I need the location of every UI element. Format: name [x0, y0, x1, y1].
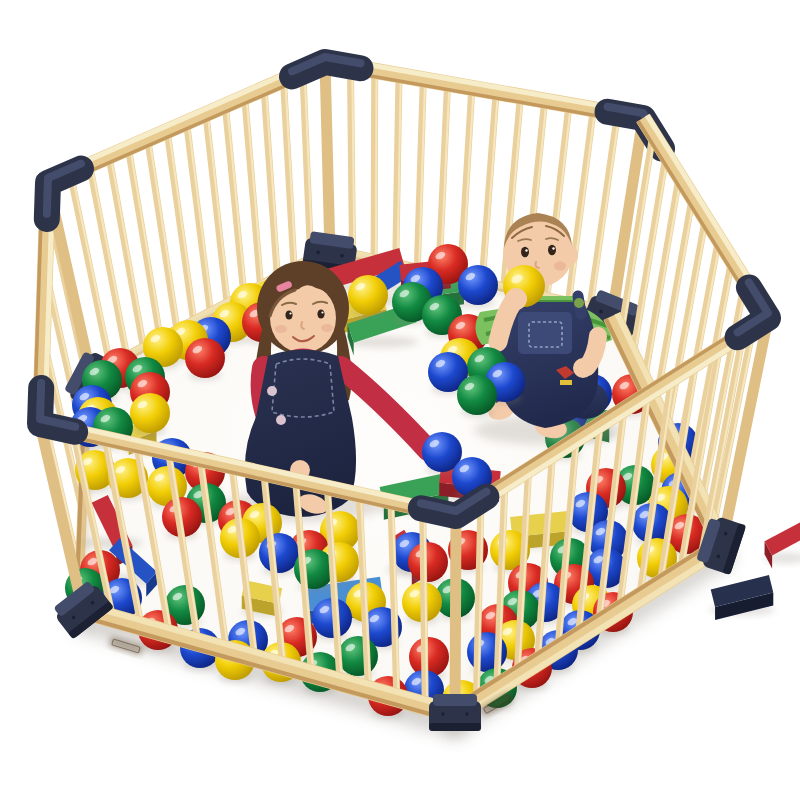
wood-slat: [374, 71, 375, 264]
baby-overalls-bib: [518, 312, 572, 354]
ball-red: [408, 542, 448, 585]
girl-dress-button: [267, 386, 277, 396]
girl-eye-right: [317, 309, 324, 318]
wood-slat: [245, 97, 261, 290]
wood-slat: [225, 106, 244, 300]
wood-slat-highlight: [376, 71, 377, 264]
corner-post: [455, 516, 456, 714]
wood-slat: [90, 165, 128, 361]
girl-cheek-right: [321, 324, 333, 332]
wood-slat: [303, 72, 311, 264]
ball-yellow: [130, 393, 170, 436]
baby-fist: [573, 358, 593, 378]
wood-slat: [568, 109, 593, 306]
wood-slat-highlight: [246, 97, 262, 290]
wood-slat-highlight: [111, 156, 146, 352]
wood-slat: [109, 156, 144, 352]
girl-dress-button: [276, 415, 286, 425]
corner-post: [325, 62, 330, 254]
ball-blue: [458, 265, 498, 308]
baby-overalls-motif: [560, 380, 572, 385]
wood-slat: [482, 92, 496, 287]
ball-yellow: [348, 275, 388, 318]
girl-eye-glint: [289, 312, 291, 314]
wood-slat: [264, 89, 278, 282]
ball-red: [185, 338, 225, 381]
baby-eye-left: [521, 247, 529, 257]
girl-eye-glint: [321, 311, 323, 313]
baby-eye-right: [548, 245, 556, 255]
baby-eye-glint: [552, 247, 554, 249]
ball-green: [338, 636, 378, 679]
girl-cheek-left: [275, 325, 287, 333]
wood-slat-highlight: [227, 105, 246, 299]
corner-foot-bracket: [429, 694, 481, 731]
wooden-block-red: [764, 523, 800, 569]
wood-slat: [644, 176, 679, 382]
ball-green: [457, 375, 497, 418]
product-photo: [0, 0, 800, 800]
wooden-block-navy: [709, 575, 775, 620]
baby-hand-on-ball: [505, 288, 527, 310]
baby-eye-glint: [525, 249, 527, 251]
wood-slat-highlight: [91, 165, 129, 361]
playpen-scene: [0, 0, 800, 800]
baby-cheek: [554, 262, 566, 271]
wood-slat: [283, 80, 294, 273]
baby-strap-button-right: [574, 298, 584, 308]
ball-blue: [259, 533, 299, 576]
girl-eye-left: [285, 310, 292, 319]
